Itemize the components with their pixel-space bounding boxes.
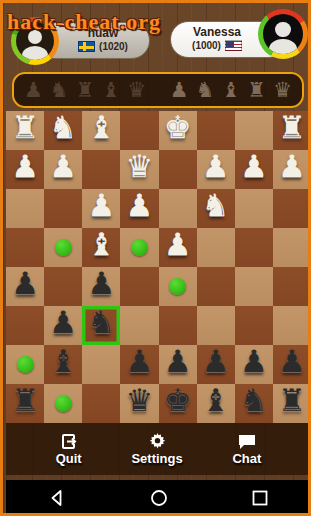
square-f5[interactable]	[197, 267, 235, 306]
square-f6[interactable]	[197, 306, 235, 345]
square-a6[interactable]	[6, 306, 44, 345]
square-c2[interactable]	[82, 150, 120, 189]
ghost-piece: ♝	[101, 77, 120, 103]
square-h8[interactable]: ♜	[273, 384, 311, 423]
ghost-piece: ♞	[50, 77, 69, 103]
square-e2[interactable]	[159, 150, 197, 189]
square-b1[interactable]: ♞	[44, 111, 82, 150]
square-h5[interactable]	[273, 267, 311, 306]
square-h1[interactable]: ♜	[273, 111, 311, 150]
chat-bubble-icon	[238, 433, 256, 450]
black-pawn-piece: ♟	[87, 268, 115, 299]
square-e7[interactable]: ♟	[159, 345, 197, 384]
square-d1[interactable]	[120, 111, 158, 150]
white-king-piece: ♚	[164, 112, 192, 143]
square-h3[interactable]	[273, 189, 311, 228]
square-h7[interactable]: ♟	[273, 345, 311, 384]
square-h4[interactable]	[273, 228, 311, 267]
square-c6[interactable]: ♞	[82, 306, 120, 345]
square-f8[interactable]: ♝	[197, 384, 235, 423]
black-rook-piece: ♜	[11, 385, 39, 416]
usa-flag-icon	[225, 40, 242, 51]
square-g6[interactable]	[235, 306, 273, 345]
black-pawn-piece: ♟	[240, 346, 268, 377]
ghost-piece: ♞	[196, 77, 215, 103]
square-a5[interactable]: ♟	[6, 267, 44, 306]
square-e4[interactable]: ♟	[159, 228, 197, 267]
captured-dark-pieces: ♟♞♜♝♛	[24, 77, 146, 103]
square-f3[interactable]: ♞	[197, 189, 235, 228]
square-g3[interactable]	[235, 189, 273, 228]
white-pawn-piece: ♟	[49, 151, 77, 182]
ghost-piece: ♛	[127, 77, 146, 103]
square-e1[interactable]: ♚	[159, 111, 197, 150]
black-knight-piece: ♞	[87, 307, 115, 338]
square-b4[interactable]	[44, 228, 82, 267]
legal-move-dot[interactable]	[55, 395, 72, 412]
square-c7[interactable]	[82, 345, 120, 384]
black-knight-piece: ♞	[240, 385, 268, 416]
square-f4[interactable]	[197, 228, 235, 267]
legal-move-dot[interactable]	[131, 239, 148, 256]
black-bishop-piece: ♝	[202, 385, 230, 416]
player-left-rating: (1020)	[99, 41, 128, 52]
gear-icon	[149, 433, 166, 450]
black-bishop-piece: ♝	[49, 346, 77, 377]
square-e6[interactable]	[159, 306, 197, 345]
white-knight-piece: ♞	[202, 190, 230, 221]
chess-board: ♜♞♝♚♜♟♟♛♟♟♟♟♟♞♝♟♟♟♟♞♝♟♟♟♟♟♜♛♚♝♞♜	[6, 111, 311, 423]
square-e3[interactable]	[159, 189, 197, 228]
white-pawn-piece: ♟	[240, 151, 268, 182]
square-h6[interactable]	[273, 306, 311, 345]
square-h2[interactable]: ♟	[273, 150, 311, 189]
player-right-avatar	[258, 9, 308, 59]
square-a1[interactable]: ♜	[6, 111, 44, 150]
square-b3[interactable]	[44, 189, 82, 228]
square-d4[interactable]	[120, 228, 158, 267]
home-icon[interactable]	[150, 489, 168, 507]
quit-label: Quit	[56, 451, 82, 466]
square-b7[interactable]: ♝	[44, 345, 82, 384]
square-b6[interactable]: ♟	[44, 306, 82, 345]
black-pawn-piece: ♟	[164, 346, 192, 377]
square-f2[interactable]: ♟	[197, 150, 235, 189]
square-d3[interactable]: ♟	[120, 189, 158, 228]
ghost-piece: ♜	[76, 77, 95, 103]
ghost-piece: ♟	[170, 77, 189, 103]
square-a2[interactable]: ♟	[6, 150, 44, 189]
white-rook-piece: ♜	[278, 112, 306, 143]
square-g8[interactable]: ♞	[235, 384, 273, 423]
square-c1[interactable]: ♝	[82, 111, 120, 150]
square-e8[interactable]: ♚	[159, 384, 197, 423]
chat-label: Chat	[232, 451, 261, 466]
square-e5[interactable]	[159, 267, 197, 306]
recents-icon[interactable]	[251, 489, 269, 507]
square-c4[interactable]: ♝	[82, 228, 120, 267]
square-d6[interactable]	[120, 306, 158, 345]
white-pawn-piece: ♟	[278, 151, 306, 182]
square-a4[interactable]	[6, 228, 44, 267]
black-queen-piece: ♛	[126, 385, 154, 416]
black-pawn-piece: ♟	[126, 346, 154, 377]
white-pawn-piece: ♟	[11, 151, 39, 182]
ghost-piece: ♛	[273, 77, 292, 103]
white-rook-piece: ♜	[11, 112, 39, 143]
android-nav-bar	[6, 480, 311, 516]
square-g7[interactable]: ♟	[235, 345, 273, 384]
black-pawn-piece: ♟	[202, 346, 230, 377]
square-b8[interactable]	[44, 384, 82, 423]
square-d5[interactable]	[120, 267, 158, 306]
black-pawn-piece: ♟	[11, 268, 39, 299]
settings-label: Settings	[131, 451, 182, 466]
watermark-text: hack-cheat.org	[7, 9, 161, 35]
legal-move-dot[interactable]	[169, 278, 186, 295]
square-a8[interactable]: ♜	[6, 384, 44, 423]
square-a3[interactable]	[6, 189, 44, 228]
app-frame: hack-cheat.org huaw (1020) Vanessa (1000…	[0, 0, 311, 516]
square-c5[interactable]: ♟	[82, 267, 120, 306]
square-f1[interactable]	[197, 111, 235, 150]
exit-icon	[60, 433, 77, 450]
square-d2[interactable]: ♛	[120, 150, 158, 189]
settings-button[interactable]: Settings	[131, 433, 182, 466]
white-pawn-piece: ♟	[87, 190, 115, 221]
person-icon	[275, 22, 290, 37]
square-c3[interactable]: ♟	[82, 189, 120, 228]
chat-button[interactable]: Chat	[232, 433, 261, 466]
square-b5[interactable]	[44, 267, 82, 306]
white-bishop-piece: ♝	[87, 112, 115, 143]
action-bar: Quit Settings Chat	[6, 423, 311, 475]
square-c8[interactable]	[82, 384, 120, 423]
legal-move-dot[interactable]	[55, 239, 72, 256]
back-icon[interactable]	[48, 489, 66, 507]
captured-light-pieces: ♟♞♝♜♛	[170, 77, 292, 103]
white-pawn-piece: ♟	[164, 229, 192, 260]
white-queen-piece: ♛	[126, 151, 154, 182]
square-d8[interactable]: ♛	[120, 384, 158, 423]
square-a7[interactable]	[6, 345, 44, 384]
black-king-piece: ♚	[164, 385, 192, 416]
white-pawn-piece: ♟	[126, 190, 154, 221]
square-d7[interactable]: ♟	[120, 345, 158, 384]
square-f7[interactable]: ♟	[197, 345, 235, 384]
square-b2[interactable]: ♟	[44, 150, 82, 189]
ghost-piece: ♟	[24, 77, 43, 103]
player-right-rating: (1000)	[192, 40, 221, 51]
sweden-flag-icon	[78, 41, 95, 52]
white-knight-piece: ♞	[49, 112, 77, 143]
black-pawn-piece: ♟	[278, 346, 306, 377]
black-pawn-piece: ♟	[49, 307, 77, 338]
square-g2[interactable]: ♟	[235, 150, 273, 189]
quit-button[interactable]: Quit	[56, 433, 82, 466]
ghost-piece: ♝	[222, 77, 241, 103]
ghost-piece: ♜	[247, 77, 266, 103]
square-g1[interactable]	[235, 111, 273, 150]
black-rook-piece: ♜	[278, 385, 306, 416]
legal-move-dot[interactable]	[17, 356, 34, 373]
square-g4[interactable]	[235, 228, 273, 267]
captured-pieces-tray: ♟♞♜♝♛ ♟♞♝♜♛	[12, 72, 304, 108]
white-pawn-piece: ♟	[202, 151, 230, 182]
square-g5[interactable]	[235, 267, 273, 306]
white-bishop-piece: ♝	[87, 229, 115, 260]
player-right-name: Vanessa	[176, 26, 258, 39]
